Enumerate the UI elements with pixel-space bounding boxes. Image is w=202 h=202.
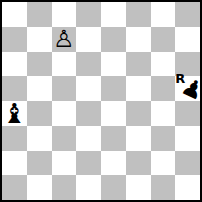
square-d1[interactable]	[76, 175, 101, 200]
square-g2[interactable]	[151, 151, 176, 176]
chess-board: ♙R♟♝	[0, 0, 202, 202]
square-e4[interactable]	[101, 101, 126, 126]
square-b7[interactable]	[27, 27, 52, 52]
square-a6[interactable]	[2, 52, 27, 77]
square-b6[interactable]	[27, 52, 52, 77]
square-f7[interactable]	[126, 27, 151, 52]
square-g5[interactable]	[151, 76, 176, 101]
square-e5[interactable]	[101, 76, 126, 101]
square-a7[interactable]	[2, 27, 27, 52]
square-e1[interactable]	[101, 175, 126, 200]
square-c8[interactable]	[52, 2, 77, 27]
square-c6[interactable]	[52, 52, 77, 77]
square-c1[interactable]	[52, 175, 77, 200]
square-f3[interactable]	[126, 126, 151, 151]
square-d4[interactable]	[76, 101, 101, 126]
square-b3[interactable]	[27, 126, 52, 151]
square-g8[interactable]	[151, 2, 176, 27]
square-a1[interactable]	[2, 175, 27, 200]
square-d3[interactable]	[76, 126, 101, 151]
square-e6[interactable]	[101, 52, 126, 77]
black-bishop[interactable]: ♝	[2, 101, 27, 126]
square-d6[interactable]	[76, 52, 101, 77]
square-f2[interactable]	[126, 151, 151, 176]
square-e3[interactable]	[101, 126, 126, 151]
square-b5[interactable]	[27, 76, 52, 101]
square-f4[interactable]	[126, 101, 151, 126]
square-f8[interactable]	[126, 2, 151, 27]
square-g7[interactable]	[151, 27, 176, 52]
square-g4[interactable]	[151, 101, 176, 126]
square-f1[interactable]	[126, 175, 151, 200]
square-d5[interactable]	[76, 76, 101, 101]
square-e8[interactable]	[101, 2, 126, 27]
square-e7[interactable]	[101, 27, 126, 52]
square-a2[interactable]	[2, 151, 27, 176]
fairy-piece-label: R	[175, 72, 185, 85]
square-g6[interactable]	[151, 52, 176, 77]
square-h2[interactable]	[175, 151, 200, 176]
square-h3[interactable]	[175, 126, 200, 151]
square-h8[interactable]	[175, 2, 200, 27]
square-c3[interactable]	[52, 126, 77, 151]
square-d8[interactable]	[76, 2, 101, 27]
square-f5[interactable]	[126, 76, 151, 101]
square-g1[interactable]	[151, 175, 176, 200]
square-h1[interactable]	[175, 175, 200, 200]
square-c7[interactable]: ♙	[52, 27, 77, 52]
square-a4[interactable]: ♝	[2, 101, 27, 126]
square-e2[interactable]	[101, 151, 126, 176]
square-d7[interactable]	[76, 27, 101, 52]
square-b2[interactable]	[27, 151, 52, 176]
square-f6[interactable]	[126, 52, 151, 77]
square-d2[interactable]	[76, 151, 101, 176]
square-a3[interactable]	[2, 126, 27, 151]
square-h7[interactable]	[175, 27, 200, 52]
square-a8[interactable]	[2, 2, 27, 27]
square-b1[interactable]	[27, 175, 52, 200]
square-b8[interactable]	[27, 2, 52, 27]
square-g3[interactable]	[151, 126, 176, 151]
square-c2[interactable]	[52, 151, 77, 176]
square-h5[interactable]: R♟	[175, 76, 200, 101]
square-b4[interactable]	[27, 101, 52, 126]
square-c4[interactable]	[52, 101, 77, 126]
square-c5[interactable]	[52, 76, 77, 101]
white-pawn[interactable]: ♙	[52, 27, 77, 52]
